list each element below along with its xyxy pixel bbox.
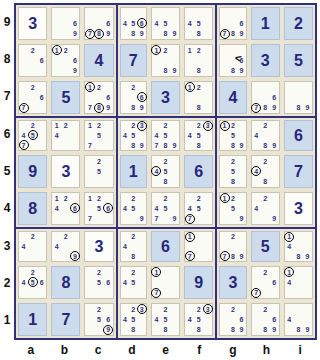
candidate-2: 2 [131, 195, 135, 202]
candidate-slot-3 [137, 193, 145, 203]
candidate-4: 4 [123, 279, 127, 286]
cell-c3[interactable]: 3 [82, 227, 115, 264]
candidate-slot-1 [19, 82, 28, 92]
candidate-slot-5: 5 [161, 18, 170, 28]
candidate-slot-2 [194, 232, 203, 242]
cell-e2[interactable]: 17 [149, 264, 182, 301]
candidate-slot-7: 7 [252, 288, 261, 298]
cell-h1[interactable]: 2689 [249, 301, 282, 338]
cell-b8[interactable]: 1269 [49, 42, 82, 79]
candidate-slot-3 [70, 8, 79, 18]
cell-inner-i2: 14 [284, 266, 313, 299]
candidate-slot-3 [104, 121, 113, 131]
row-label-3: 3 [0, 227, 14, 264]
candidate-slot-3 [237, 156, 245, 166]
cell-d1[interactable]: 23458 [116, 301, 149, 338]
cell-inner-i8: 5 [284, 44, 313, 77]
candidate-slot-9: 9 [170, 29, 179, 39]
solved-digit-5: 5 [61, 90, 70, 106]
circled-candidate-7: 7 [19, 140, 29, 150]
cell-e5[interactable]: 2458 [149, 153, 182, 190]
cell-b9[interactable]: 69 [49, 5, 82, 42]
cell-a6[interactable]: 2457 [16, 116, 49, 153]
cell-g4[interactable]: 1259 [215, 190, 248, 227]
candidate-slot-5 [95, 92, 104, 102]
solved-digit-9: 9 [28, 164, 37, 180]
candidate-slot-8: 8 [194, 66, 203, 76]
cell-h9[interactable]: 1 [249, 5, 282, 42]
candidate-slot-6 [137, 277, 145, 287]
candidate-slot-1 [152, 156, 161, 166]
candidate-slot-5 [129, 242, 137, 252]
cell-f6[interactable]: 23458 [182, 116, 215, 153]
candidate-2: 2 [97, 122, 101, 129]
candidate-slot-8 [28, 103, 37, 113]
candidate-slot-9 [170, 177, 179, 187]
cell-inner-e7: 3 [151, 81, 180, 114]
candidate-slot-5 [28, 55, 37, 65]
cell-inner-f8: 128 [184, 44, 213, 77]
cell-b3[interactable]: 249 [49, 227, 82, 264]
candidate-slot-2: 2 [261, 156, 270, 166]
candidate-slot-6 [270, 131, 279, 141]
candidate-slot-1 [19, 232, 28, 242]
candidate-1: 1 [188, 47, 192, 54]
candidate-4: 4 [22, 132, 26, 139]
cell-c2[interactable]: 256 [82, 264, 115, 301]
candidate-slot-6 [203, 18, 212, 28]
candidate-slot-2 [261, 82, 270, 92]
candidate-2: 2 [231, 306, 235, 313]
cell-inner-g2: 3 [219, 266, 246, 299]
candidate-slot-6 [237, 203, 245, 213]
cell-inner-a5: 9 [18, 155, 47, 188]
cell-c4[interactable]: 12567 [82, 190, 115, 227]
cell-f1[interactable]: 23458 [182, 301, 215, 338]
cell-f4[interactable]: 2457 [182, 190, 215, 227]
cell-d8[interactable]: 7 [116, 42, 149, 79]
cell-a9[interactable]: 3 [16, 5, 49, 42]
cell-d3[interactable]: 248 [116, 227, 149, 264]
cell-e1[interactable]: 2458 [149, 301, 182, 338]
cell-d4[interactable]: 2459 [116, 190, 149, 227]
cell-i6[interactable]: 6 [282, 116, 315, 153]
cell-g1[interactable]: 2689 [215, 301, 248, 338]
candidate-slot-6 [70, 131, 79, 141]
candidate-4: 4 [123, 20, 127, 27]
cell-d5[interactable]: 1 [116, 153, 149, 190]
candidate-slot-8: 8 [261, 103, 270, 113]
candidate-slot-1: 1 [185, 232, 194, 242]
candidate-slot-1 [285, 82, 294, 92]
cell-a3[interactable]: 24 [16, 227, 49, 264]
cell-c8[interactable]: 4 [82, 42, 115, 79]
cell-d6[interactable]: 234589 [116, 116, 149, 153]
candidate-slot-8 [28, 288, 37, 298]
candidate-slot-6 [170, 131, 179, 141]
candidate-slot-8: 8 [229, 29, 237, 39]
candidate-4: 4 [254, 132, 258, 139]
candidate-slot-2 [294, 267, 303, 277]
candidate-slot-5: 5 [161, 166, 170, 176]
candidate-slot-2: 2 [261, 121, 270, 131]
candidate-2: 2 [31, 84, 35, 91]
cell-inner-g9: 6789 [219, 7, 246, 40]
candidate-slot-7 [252, 140, 261, 150]
candidate-8: 8 [231, 253, 235, 260]
cell-c9[interactable]: 6789 [82, 5, 115, 42]
candidate-slot-3 [303, 232, 312, 242]
cell-inner-f6: 23458 [184, 120, 213, 151]
candidate-slot-2 [161, 8, 170, 18]
candidate-slot-3 [170, 193, 179, 203]
cell-e6[interactable]: 245789 [149, 116, 182, 153]
candidate-slot-4: 4 [152, 18, 161, 28]
candidate-slot-4: 4 [121, 131, 129, 141]
candidate-slot-3 [37, 82, 46, 92]
candidate-slot-9: 9 [237, 214, 245, 224]
candidate-slot-4 [52, 55, 61, 65]
cell-b2[interactable]: 8 [49, 264, 82, 301]
cell-i1[interactable]: 489 [282, 301, 315, 338]
solved-digit-3: 3 [228, 275, 237, 291]
cell-a1[interactable]: 1 [16, 301, 49, 338]
candidate-4: 4 [55, 205, 59, 212]
candidate-slot-8 [95, 288, 104, 298]
candidate-2: 2 [31, 233, 35, 240]
candidate-2: 2 [31, 47, 35, 54]
cell-g6[interactable]: 12589 [215, 116, 248, 153]
cell-i4[interactable]: 3 [282, 190, 315, 227]
circled-candidate-7: 7 [251, 103, 261, 113]
candidate-slot-4: 4 [52, 131, 61, 141]
cell-h5[interactable]: 248 [249, 153, 282, 190]
cell-h7[interactable]: 6789 [249, 79, 282, 116]
candidate-2: 2 [131, 269, 135, 276]
candidate-slot-6: 6 [270, 314, 279, 324]
candidate-8: 8 [131, 142, 135, 149]
candidate-slot-3 [37, 232, 46, 242]
cell-d7[interactable]: 2689 [116, 79, 149, 116]
cell-f2[interactable]: 9 [182, 264, 215, 301]
candidate-4: 4 [154, 316, 158, 323]
candidate-slot-4 [52, 18, 61, 28]
candidate-slot-1 [85, 156, 94, 166]
col-label-d: d [115, 341, 149, 359]
circled-candidate-5: 5 [28, 130, 38, 140]
candidate-5: 5 [97, 205, 101, 212]
candidate-slot-6: 6 [137, 18, 145, 28]
candidate-4: 4 [188, 20, 192, 27]
candidate-slot-5 [261, 92, 270, 102]
candidate-slot-7 [285, 251, 294, 261]
candidate-slot-1: 1 [185, 45, 194, 55]
candidate-slot-1 [220, 232, 228, 242]
cell-e3[interactable]: 6 [149, 227, 182, 264]
candidate-slot-9 [104, 288, 113, 298]
cell-f7[interactable]: 128 [182, 79, 215, 116]
candidate-slot-2: 2 [194, 82, 203, 92]
candidate-slot-7 [121, 140, 129, 150]
candidate-2: 2 [263, 195, 267, 202]
candidate-slot-2: 2 [61, 193, 70, 203]
cell-i8[interactable]: 5 [282, 42, 315, 79]
cell-g8[interactable]: 689< [215, 42, 248, 79]
candidate-2: 2 [131, 122, 135, 129]
candidate-slot-9 [203, 325, 212, 335]
candidate-slot-3: 3 [137, 304, 145, 314]
candidate-slot-7 [52, 66, 61, 76]
solved-digit-1: 1 [129, 164, 138, 180]
candidate-slot-6: 6 [70, 18, 79, 28]
candidate-slot-6 [37, 131, 46, 141]
cell-i2[interactable]: 14 [282, 264, 315, 301]
candidate-slot-5 [194, 92, 203, 102]
cell-a4[interactable]: 8 [16, 190, 49, 227]
candidate-slot-6 [203, 55, 212, 65]
candidate-slot-1: 1 [285, 267, 294, 277]
cell-b1[interactable]: 7 [49, 301, 82, 338]
candidate-4: 4 [287, 279, 291, 286]
candidate-slot-4 [220, 166, 228, 176]
candidate-slot-7 [52, 251, 61, 261]
candidate-2: 2 [97, 269, 101, 276]
cell-g5[interactable]: 258 [215, 153, 248, 190]
solved-digit-7: 7 [129, 53, 138, 69]
candidate-slot-9 [37, 140, 46, 150]
candidate-slot-3 [303, 304, 312, 314]
candidate-2: 2 [231, 122, 235, 129]
candidate-5: 5 [131, 316, 135, 323]
cell-b4[interactable]: 1246 [49, 190, 82, 227]
candidate-slot-7 [152, 325, 161, 335]
candidate-2: 2 [164, 195, 168, 202]
candidate-slot-2: 2 [261, 193, 270, 203]
cell-f3[interactable]: 17 [182, 227, 215, 264]
candidate-slot-1 [220, 156, 228, 166]
candidate-slot-9 [203, 251, 212, 261]
candidate-4: 4 [22, 243, 26, 250]
candidate-slot-8 [95, 177, 104, 187]
candidate-slot-2: 2 [229, 232, 237, 242]
candidate-slot-9: 9 [237, 251, 245, 261]
candidate-slot-6: 6 [37, 55, 46, 65]
candidate-slot-5 [294, 314, 303, 324]
cell-inner-i6: 6 [284, 120, 313, 151]
candidate-slot-1: 1 [52, 45, 61, 55]
cell-h6[interactable]: 2489 [249, 116, 282, 153]
candidate-slot-2: 2 [229, 304, 237, 314]
cell-i5[interactable]: 7 [282, 153, 315, 190]
candidate-slot-8: 8 [294, 325, 303, 335]
candidate-slot-5: 5 [161, 131, 170, 141]
cell-inner-a4: 8 [18, 192, 47, 225]
candidate-slot-8 [194, 251, 203, 261]
candidate-slot-9: 9 [104, 103, 113, 113]
candidate-2: 2 [164, 47, 168, 54]
candidate-2: 2 [31, 122, 35, 129]
cell-c6[interactable]: 1257 [82, 116, 115, 153]
cell-inner-d8: 7 [120, 44, 147, 77]
candidate-4: 4 [188, 205, 192, 212]
cell-b6[interactable]: 124 [49, 116, 82, 153]
cell-h3[interactable]: 5 [249, 227, 282, 264]
cell-inner-g5: 258 [219, 155, 246, 188]
cell-a8[interactable]: 26 [16, 42, 49, 79]
cell-i9[interactable]: 2 [282, 5, 315, 42]
candidate-slot-3 [237, 193, 245, 203]
candidate-slot-4: 4 [285, 277, 294, 287]
cell-c1[interactable]: 2569 [82, 301, 115, 338]
cell-g7[interactable]: 4 [215, 79, 248, 116]
candidate-slot-9: 9 [70, 66, 79, 76]
candidate-slot-7 [121, 288, 129, 298]
solved-digit-5: 5 [294, 53, 303, 69]
candidate-slot-4: 4 [152, 314, 161, 324]
candidate-slot-1: 1 [185, 82, 194, 92]
candidate-slot-1 [121, 232, 129, 242]
cell-b7[interactable]: 5 [49, 79, 82, 116]
cell-a2[interactable]: 2456 [16, 264, 49, 301]
candidate-5: 5 [197, 316, 201, 323]
cell-h4[interactable]: 249 [249, 190, 282, 227]
candidate-slot-3 [104, 193, 113, 203]
candidate-slot-8: 8 [161, 66, 170, 76]
candidate-slot-9: 9 [303, 103, 312, 113]
cell-inner-a6: 2457 [18, 120, 47, 151]
candidate-5: 5 [131, 132, 135, 139]
cell-c5[interactable]: 25 [82, 153, 115, 190]
cell-inner-h5: 248 [251, 155, 280, 188]
candidate-slot-2: 2 [129, 82, 137, 92]
candidate-slot-7: 7 [220, 29, 228, 39]
candidate-4: 4 [123, 243, 127, 250]
cell-i3[interactable]: 1489 [282, 227, 315, 264]
candidate-slot-5 [229, 18, 237, 28]
cell-g9[interactable]: 6789 [215, 5, 248, 42]
cell-f8[interactable]: 128 [182, 42, 215, 79]
candidate-2: 2 [131, 84, 135, 91]
candidate-slot-7 [152, 177, 161, 187]
cell-h2[interactable]: 267 [249, 264, 282, 301]
cell-inner-i5: 7 [284, 155, 313, 188]
cell-e8[interactable]: 1289 [149, 42, 182, 79]
candidate-slot-1 [85, 267, 94, 277]
candidate-slot-8 [261, 214, 270, 224]
candidate-slot-3 [237, 121, 245, 131]
cell-g2[interactable]: 3 [215, 264, 248, 301]
candidate-9: 9 [305, 326, 309, 333]
candidate-slot-2 [194, 8, 203, 18]
candidate-slot-6: 6 [37, 92, 46, 102]
cell-h8[interactable]: 3 [249, 42, 282, 79]
candidate-8: 8 [164, 67, 168, 74]
candidate-slot-9 [203, 29, 212, 39]
candidate-slot-6 [203, 203, 212, 213]
candidate-slot-4 [85, 166, 94, 176]
candidate-2: 2 [64, 47, 68, 54]
candidate-1: 1 [88, 195, 92, 202]
candidate-9: 9 [239, 30, 243, 37]
cell-inner-b7: 5 [51, 81, 80, 114]
candidate-slot-6 [170, 314, 179, 324]
candidate-slot-3 [104, 156, 113, 166]
cell-inner-b1: 7 [51, 303, 80, 336]
candidate-slot-6 [237, 242, 245, 252]
candidate-slot-4: 4 [52, 242, 61, 252]
solved-digit-6: 6 [161, 239, 170, 255]
candidate-slot-9 [270, 177, 279, 187]
cell-g3[interactable]: 2789 [215, 227, 248, 264]
candidate-slot-3 [70, 232, 79, 242]
candidate-slot-9 [137, 288, 145, 298]
candidate-slot-2: 2 [194, 121, 203, 131]
cell-f9[interactable]: 458 [182, 5, 215, 42]
cell-e4[interactable]: 24579 [149, 190, 182, 227]
candidate-slot-6 [137, 203, 145, 213]
cell-e7[interactable]: 3 [149, 79, 182, 116]
circled-candidate-9: 9 [70, 251, 80, 261]
solved-digit-4: 4 [95, 53, 104, 69]
cell-a7[interactable]: 267 [16, 79, 49, 116]
solved-digit-1: 1 [261, 16, 270, 32]
candidate-8: 8 [197, 326, 201, 333]
cell-d9[interactable]: 45689 [116, 5, 149, 42]
cell-inner-h4: 249 [251, 192, 280, 225]
solved-digit-3: 3 [161, 90, 170, 106]
cell-a5[interactable]: 9 [16, 153, 49, 190]
candidate-slot-1: 1 [220, 121, 228, 131]
col-labels: abcdefghi [14, 341, 317, 359]
candidate-slot-7 [121, 214, 129, 224]
candidate-slot-7 [285, 325, 294, 335]
candidate-slot-7: 7 [220, 251, 228, 261]
solved-digit-7: 7 [294, 164, 303, 180]
candidate-slot-7 [152, 29, 161, 39]
cell-b5[interactable]: 3 [49, 153, 82, 190]
col-label-f: f [182, 341, 216, 359]
candidate-slot-9: 9 [170, 140, 179, 150]
cell-d2[interactable]: 245 [116, 264, 149, 301]
given-digit-3: 3 [294, 201, 303, 217]
candidate-slot-1 [121, 193, 129, 203]
candidate-slot-5: 5 [194, 314, 203, 324]
candidate-slot-9 [137, 251, 145, 261]
candidate-slot-1 [152, 193, 161, 203]
candidate-8: 8 [231, 326, 235, 333]
candidate-slot-4: 4 [19, 277, 28, 287]
solved-digit-9: 9 [194, 275, 203, 291]
candidate-slot-7 [185, 29, 194, 39]
candidate-slot-6 [170, 166, 179, 176]
candidate-slot-7 [285, 288, 294, 298]
candidate-slot-1 [121, 304, 129, 314]
cell-inner-f2: 9 [184, 266, 213, 299]
row-label-2: 2 [0, 264, 14, 301]
given-digit-3: 3 [28, 16, 37, 32]
candidate-slot-4: 4 [252, 131, 261, 141]
candidate-slot-3 [270, 267, 279, 277]
col-label-e: e [149, 341, 183, 359]
cell-e9[interactable]: 4589 [149, 5, 182, 42]
candidate-slot-3 [37, 45, 46, 55]
cell-i7[interactable]: 89 [282, 79, 315, 116]
candidate-6: 6 [272, 316, 276, 323]
cell-f5[interactable]: 6 [182, 153, 215, 190]
cell-c7[interactable]: 126789 [82, 79, 115, 116]
candidate-slot-8: 8 [95, 29, 104, 39]
candidate-slot-4 [121, 92, 129, 102]
